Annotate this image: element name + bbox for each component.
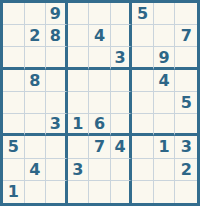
cell-r8c1[interactable] xyxy=(3,159,25,181)
cell-r9c1[interactable]: 1 xyxy=(3,181,25,203)
cell-r4c7[interactable] xyxy=(132,70,154,92)
cell-r6c3[interactable]: 3 xyxy=(46,114,68,136)
cell-r2c7[interactable] xyxy=(132,25,154,47)
cell-r9c4[interactable] xyxy=(68,181,90,203)
cell-r5c6[interactable] xyxy=(111,92,133,114)
cell-r2c4[interactable] xyxy=(68,25,90,47)
cell-r7c4[interactable] xyxy=(68,136,90,158)
cell-r3c3[interactable] xyxy=(46,47,68,69)
cell-r2c5[interactable]: 4 xyxy=(89,25,111,47)
cell-r3c2[interactable] xyxy=(25,47,47,69)
cell-r8c7[interactable] xyxy=(132,159,154,181)
cell-r1c7[interactable]: 5 xyxy=(132,3,154,25)
cell-r3c7[interactable] xyxy=(132,47,154,69)
cell-r5c8[interactable] xyxy=(154,92,176,114)
cell-r1c9[interactable] xyxy=(175,3,197,25)
cell-r8c8[interactable] xyxy=(154,159,176,181)
cell-r4c9[interactable] xyxy=(175,70,197,92)
cell-r9c8[interactable] xyxy=(154,181,176,203)
cell-r4c6[interactable] xyxy=(111,70,133,92)
cell-r1c3[interactable]: 9 xyxy=(46,3,68,25)
cell-r2c2[interactable]: 2 xyxy=(25,25,47,47)
cell-r3c6[interactable]: 3 xyxy=(111,47,133,69)
cell-r4c2[interactable]: 8 xyxy=(25,70,47,92)
cell-r8c3[interactable] xyxy=(46,159,68,181)
cell-r5c2[interactable] xyxy=(25,92,47,114)
cell-r7c8[interactable]: 1 xyxy=(154,136,176,158)
cell-r5c1[interactable] xyxy=(3,92,25,114)
cell-r7c3[interactable] xyxy=(46,136,68,158)
cell-r5c7[interactable] xyxy=(132,92,154,114)
cell-r3c5[interactable] xyxy=(89,47,111,69)
cell-r6c7[interactable] xyxy=(132,114,154,136)
cell-r1c4[interactable] xyxy=(68,3,90,25)
cell-r5c3[interactable] xyxy=(46,92,68,114)
cell-r6c8[interactable] xyxy=(154,114,176,136)
cell-r6c9[interactable] xyxy=(175,114,197,136)
cell-r3c8[interactable]: 9 xyxy=(154,47,176,69)
cell-r5c4[interactable] xyxy=(68,92,90,114)
cell-r7c9[interactable]: 3 xyxy=(175,136,197,158)
cell-r9c6[interactable] xyxy=(111,181,133,203)
cell-r5c5[interactable] xyxy=(89,92,111,114)
cell-r9c2[interactable] xyxy=(25,181,47,203)
cell-r8c9[interactable]: 2 xyxy=(175,159,197,181)
cell-r6c2[interactable] xyxy=(25,114,47,136)
cell-r6c5[interactable]: 6 xyxy=(89,114,111,136)
cell-r3c9[interactable] xyxy=(175,47,197,69)
cell-r9c9[interactable] xyxy=(175,181,197,203)
cell-r7c1[interactable]: 5 xyxy=(3,136,25,158)
cell-r2c1[interactable] xyxy=(3,25,25,47)
cell-r8c4[interactable]: 3 xyxy=(68,159,90,181)
cell-r4c5[interactable] xyxy=(89,70,111,92)
cell-r3c1[interactable] xyxy=(3,47,25,69)
cell-r2c3[interactable]: 8 xyxy=(46,25,68,47)
cell-r4c4[interactable] xyxy=(68,70,90,92)
cell-r6c4[interactable]: 1 xyxy=(68,114,90,136)
cell-r7c7[interactable] xyxy=(132,136,154,158)
cell-r6c1[interactable] xyxy=(3,114,25,136)
cell-r6c6[interactable] xyxy=(111,114,133,136)
cell-r4c3[interactable] xyxy=(46,70,68,92)
cell-r1c2[interactable] xyxy=(25,3,47,25)
cell-r4c8[interactable]: 4 xyxy=(154,70,176,92)
cell-r2c6[interactable] xyxy=(111,25,133,47)
sudoku-board: 95284739845316574134321 xyxy=(0,0,200,206)
cell-r8c2[interactable]: 4 xyxy=(25,159,47,181)
cell-r1c8[interactable] xyxy=(154,3,176,25)
cell-r9c7[interactable] xyxy=(132,181,154,203)
cell-r7c2[interactable] xyxy=(25,136,47,158)
cell-r2c8[interactable] xyxy=(154,25,176,47)
cell-r1c5[interactable] xyxy=(89,3,111,25)
cell-r8c6[interactable] xyxy=(111,159,133,181)
cell-r7c6[interactable]: 4 xyxy=(111,136,133,158)
cell-r8c5[interactable] xyxy=(89,159,111,181)
cell-r1c1[interactable] xyxy=(3,3,25,25)
cell-r9c3[interactable] xyxy=(46,181,68,203)
cell-r7c5[interactable]: 7 xyxy=(89,136,111,158)
cell-r4c1[interactable] xyxy=(3,70,25,92)
cell-r2c9[interactable]: 7 xyxy=(175,25,197,47)
cell-r3c4[interactable] xyxy=(68,47,90,69)
cell-r9c5[interactable] xyxy=(89,181,111,203)
cell-r1c6[interactable] xyxy=(111,3,133,25)
cell-r5c9[interactable]: 5 xyxy=(175,92,197,114)
